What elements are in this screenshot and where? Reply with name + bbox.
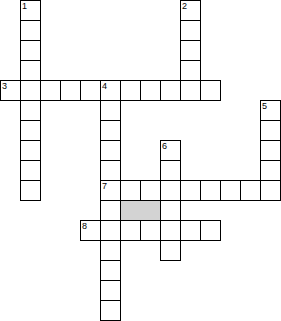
crossword-cell-r9c9[interactable] (180, 180, 201, 201)
crossword-cell-r4c1[interactable] (20, 80, 41, 101)
clue-number-8: 8 (82, 221, 87, 231)
clue-number-3: 3 (2, 81, 7, 91)
crossword-cell-r7c1[interactable] (20, 140, 41, 161)
crossword-cell-r12c8[interactable] (160, 240, 181, 261)
crossword-cell-r4c5[interactable]: 4 (100, 80, 121, 101)
crossword-cell-r4c4[interactable] (80, 80, 101, 101)
crossword-cell-r11c7[interactable] (140, 220, 161, 241)
crossword-cell-r9c13[interactable] (260, 180, 281, 201)
crossword-cell-r13c5[interactable] (100, 260, 121, 281)
crossword-cell-r3c1[interactable] (20, 60, 41, 81)
crossword-cell-r2c1[interactable] (20, 40, 41, 61)
crossword-cell-r8c5[interactable] (100, 160, 121, 181)
crossword-cell-r14c5[interactable] (100, 280, 121, 301)
crossword-cell-r11c6[interactable] (120, 220, 141, 241)
crossword-cell-r5c5[interactable] (100, 100, 121, 121)
crossword-cell-r0c1[interactable]: 1 (20, 0, 41, 21)
crossword-cell-r10c5[interactable] (100, 200, 121, 221)
crossword-cell-r8c1[interactable] (20, 160, 41, 181)
crossword-cell-r4c2[interactable] (40, 80, 61, 101)
crossword-cell-r9c7[interactable] (140, 180, 161, 201)
crossword-cell-r4c8[interactable] (160, 80, 181, 101)
highlighted-cell-r10c6[interactable] (120, 200, 161, 221)
crossword-cell-r4c0[interactable]: 3 (0, 80, 21, 101)
crossword-cell-r8c13[interactable] (260, 160, 281, 181)
crossword-cell-r11c10[interactable] (200, 220, 221, 241)
crossword-cell-r11c9[interactable] (180, 220, 201, 241)
crossword-cell-r9c5[interactable]: 7 (100, 180, 121, 201)
crossword-cell-r1c1[interactable] (20, 20, 41, 41)
crossword-board: 12345678 (0, 0, 281, 321)
crossword-cell-r8c8[interactable] (160, 160, 181, 181)
crossword-cell-r4c6[interactable] (120, 80, 141, 101)
crossword-cell-r5c13[interactable]: 5 (260, 100, 281, 121)
clue-number-5: 5 (262, 101, 267, 111)
crossword-cell-r3c9[interactable] (180, 60, 201, 81)
crossword-cell-r4c7[interactable] (140, 80, 161, 101)
crossword-cell-r11c4[interactable]: 8 (80, 220, 101, 241)
crossword-cell-r11c5[interactable] (100, 220, 121, 241)
crossword-cell-r9c1[interactable] (20, 180, 41, 201)
crossword-cell-r15c5[interactable] (100, 300, 121, 321)
crossword-cell-r2c9[interactable] (180, 40, 201, 61)
crossword-cell-r7c13[interactable] (260, 140, 281, 161)
crossword-cell-r5c1[interactable] (20, 100, 41, 121)
crossword-cell-r12c5[interactable] (100, 240, 121, 261)
crossword-cell-r9c10[interactable] (200, 180, 221, 201)
clue-number-2: 2 (182, 1, 187, 11)
crossword-cell-r4c10[interactable] (200, 80, 221, 101)
crossword-cell-r10c8[interactable] (160, 200, 181, 221)
crossword-cell-r4c3[interactable] (60, 80, 81, 101)
crossword-cell-r1c9[interactable] (180, 20, 201, 41)
crossword-cell-r9c12[interactable] (240, 180, 261, 201)
crossword-cell-r6c1[interactable] (20, 120, 41, 141)
crossword-cell-r0c9[interactable]: 2 (180, 0, 201, 21)
clue-number-1: 1 (22, 1, 27, 11)
clue-number-4: 4 (102, 81, 107, 91)
clue-number-7: 7 (102, 181, 107, 191)
crossword-cell-r4c9[interactable] (180, 80, 201, 101)
crossword-cell-r9c6[interactable] (120, 180, 141, 201)
crossword-cell-r7c8[interactable]: 6 (160, 140, 181, 161)
crossword-cell-r9c11[interactable] (220, 180, 241, 201)
crossword-cell-r9c8[interactable] (160, 180, 181, 201)
crossword-cell-r6c13[interactable] (260, 120, 281, 141)
crossword-cell-r7c5[interactable] (100, 140, 121, 161)
crossword-cell-r11c8[interactable] (160, 220, 181, 241)
crossword-cell-r6c5[interactable] (100, 120, 121, 141)
clue-number-6: 6 (162, 141, 167, 151)
